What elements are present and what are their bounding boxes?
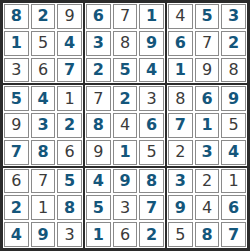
cell-r8c9[interactable]: 6 <box>221 195 246 220</box>
cell-r3c5[interactable]: 5 <box>113 58 138 83</box>
cell-r8c8[interactable]: 4 <box>195 195 220 220</box>
cell-r1c7[interactable]: 4 <box>168 4 193 29</box>
cell-r7c8[interactable]: 2 <box>195 169 220 194</box>
cell-r2c5[interactable]: 8 <box>113 31 138 56</box>
cell-r2c2[interactable]: 5 <box>31 31 56 56</box>
box-1: 829154367 <box>2 2 84 84</box>
cell-r2c7[interactable]: 6 <box>168 31 193 56</box>
cell-r3c6[interactable]: 4 <box>139 58 164 83</box>
cell-r5c1[interactable]: 9 <box>4 113 29 138</box>
cell-r5c3[interactable]: 2 <box>57 113 82 138</box>
cell-r5c5[interactable]: 4 <box>113 113 138 138</box>
box-7: 675218493 <box>2 167 84 249</box>
cell-r2c8[interactable]: 7 <box>195 31 220 56</box>
cell-r1c8[interactable]: 5 <box>195 4 220 29</box>
cell-r7c9[interactable]: 1 <box>221 169 246 194</box>
cell-r6c6[interactable]: 5 <box>139 140 164 165</box>
box-6: 869715234 <box>166 84 248 166</box>
cell-r8c1[interactable]: 2 <box>4 195 29 220</box>
cell-r5c8[interactable]: 1 <box>195 113 220 138</box>
cell-r2c6[interactable]: 9 <box>139 31 164 56</box>
cell-r5c6[interactable]: 6 <box>139 113 164 138</box>
cell-r6c1[interactable]: 7 <box>4 140 29 165</box>
cell-r6c4[interactable]: 9 <box>86 140 111 165</box>
cell-r5c2[interactable]: 3 <box>31 113 56 138</box>
cell-r9c3[interactable]: 3 <box>57 222 82 247</box>
cell-r1c4[interactable]: 6 <box>86 4 111 29</box>
cell-r3c3[interactable]: 7 <box>57 58 82 83</box>
cell-r8c3[interactable]: 8 <box>57 195 82 220</box>
cell-r9c4[interactable]: 1 <box>86 222 111 247</box>
cell-r4c9[interactable]: 9 <box>221 86 246 111</box>
cell-r6c8[interactable]: 3 <box>195 140 220 165</box>
cell-r3c4[interactable]: 2 <box>86 58 111 83</box>
box-9: 321946587 <box>166 167 248 249</box>
box-8: 498537162 <box>84 167 166 249</box>
cell-r5c4[interactable]: 8 <box>86 113 111 138</box>
cell-r7c6[interactable]: 8 <box>139 169 164 194</box>
cell-r9c5[interactable]: 6 <box>113 222 138 247</box>
cell-r9c7[interactable]: 5 <box>168 222 193 247</box>
cell-r2c4[interactable]: 3 <box>86 31 111 56</box>
cell-r7c1[interactable]: 6 <box>4 169 29 194</box>
cell-r8c7[interactable]: 9 <box>168 195 193 220</box>
cell-r9c8[interactable]: 8 <box>195 222 220 247</box>
cell-r7c7[interactable]: 3 <box>168 169 193 194</box>
cell-r1c5[interactable]: 7 <box>113 4 138 29</box>
cell-r4c3[interactable]: 1 <box>57 86 82 111</box>
cell-r3c8[interactable]: 9 <box>195 58 220 83</box>
cell-r5c7[interactable]: 7 <box>168 113 193 138</box>
cell-r6c5[interactable]: 1 <box>113 140 138 165</box>
cell-r4c6[interactable]: 3 <box>139 86 164 111</box>
box-4: 541932786 <box>2 84 84 166</box>
cell-r7c5[interactable]: 9 <box>113 169 138 194</box>
cell-r1c3[interactable]: 9 <box>57 4 82 29</box>
cell-r4c8[interactable]: 6 <box>195 86 220 111</box>
cell-r7c3[interactable]: 5 <box>57 169 82 194</box>
cell-r4c5[interactable]: 2 <box>113 86 138 111</box>
cell-r9c2[interactable]: 9 <box>31 222 56 247</box>
cell-r6c3[interactable]: 6 <box>57 140 82 165</box>
cell-r6c2[interactable]: 8 <box>31 140 56 165</box>
cell-r1c6[interactable]: 1 <box>139 4 164 29</box>
cell-r3c1[interactable]: 3 <box>4 58 29 83</box>
cell-r8c6[interactable]: 7 <box>139 195 164 220</box>
cell-r4c2[interactable]: 4 <box>31 86 56 111</box>
cell-r3c9[interactable]: 8 <box>221 58 246 83</box>
cell-r7c2[interactable]: 7 <box>31 169 56 194</box>
cell-r8c4[interactable]: 5 <box>86 195 111 220</box>
cell-r9c9[interactable]: 7 <box>221 222 246 247</box>
sudoku-board: 8291543676713892544536721985419327867238… <box>0 0 250 251</box>
cell-r3c7[interactable]: 1 <box>168 58 193 83</box>
cell-r3c2[interactable]: 6 <box>31 58 56 83</box>
cell-r6c7[interactable]: 2 <box>168 140 193 165</box>
box-3: 453672198 <box>166 2 248 84</box>
cell-r2c3[interactable]: 4 <box>57 31 82 56</box>
cell-r8c2[interactable]: 1 <box>31 195 56 220</box>
cell-r4c7[interactable]: 8 <box>168 86 193 111</box>
cell-r4c4[interactable]: 7 <box>86 86 111 111</box>
cell-r4c1[interactable]: 5 <box>4 86 29 111</box>
box-2: 671389254 <box>84 2 166 84</box>
cell-r5c9[interactable]: 5 <box>221 113 246 138</box>
cell-r1c1[interactable]: 8 <box>4 4 29 29</box>
cell-r7c4[interactable]: 4 <box>86 169 111 194</box>
cell-r9c6[interactable]: 2 <box>139 222 164 247</box>
cell-r1c9[interactable]: 3 <box>221 4 246 29</box>
cell-r2c1[interactable]: 1 <box>4 31 29 56</box>
cell-r8c5[interactable]: 3 <box>113 195 138 220</box>
cell-r6c9[interactable]: 4 <box>221 140 246 165</box>
box-5: 723846915 <box>84 84 166 166</box>
cell-r2c9[interactable]: 2 <box>221 31 246 56</box>
cell-r1c2[interactable]: 2 <box>31 4 56 29</box>
cell-r9c1[interactable]: 4 <box>4 222 29 247</box>
